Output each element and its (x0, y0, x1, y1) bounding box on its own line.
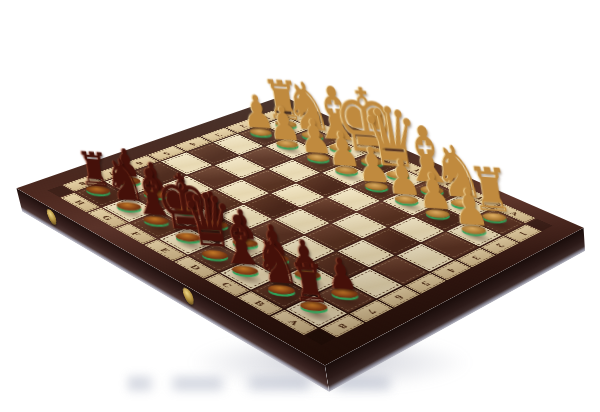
frame-corner (306, 329, 336, 345)
rank-label: 2 (481, 236, 519, 255)
black-rook-glyph: ♜ (288, 258, 332, 309)
white-pawn-glyph: ♟ (449, 183, 491, 232)
chess-set-product-photo: HGFEDCBA1122334455667788HGFEDCBA ♜♞♝♛♚♝♞… (0, 0, 600, 412)
brass-clasp-icon (182, 286, 195, 307)
watermark-smudge (128, 376, 438, 391)
frame-corner (527, 219, 552, 231)
brass-clasp-icon (46, 207, 58, 227)
